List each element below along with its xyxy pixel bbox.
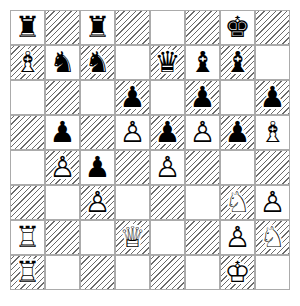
piece-black-pawn: ♟ [185, 80, 220, 115]
piece-black-knight: ♞ [80, 45, 115, 80]
square-h1[interactable] [255, 255, 290, 290]
square-e3[interactable] [150, 185, 185, 220]
square-g5[interactable]: ♟ [220, 115, 255, 150]
square-e8[interactable] [150, 10, 185, 45]
square-f2[interactable] [185, 220, 220, 255]
piece-white-rook: ♖ [10, 220, 45, 255]
square-b3[interactable] [45, 185, 80, 220]
piece-white-pawn: ♙ [115, 115, 150, 150]
square-d3[interactable] [115, 185, 150, 220]
piece-white-queen: ♕ [115, 220, 150, 255]
square-a7[interactable]: ♗ [10, 45, 45, 80]
chessboard: ♜♜♚♗♞♞♛♝♝♟♟♟♟♙♟♙♟♗♙♟♙♙♘♙♖♕♙♘♖♔ [10, 10, 290, 290]
piece-white-bishop: ♗ [10, 45, 45, 80]
piece-white-pawn: ♙ [255, 185, 290, 220]
piece-black-rook: ♜ [10, 10, 45, 45]
square-b6[interactable] [45, 80, 80, 115]
square-e5[interactable]: ♟ [150, 115, 185, 150]
piece-white-knight: ♘ [220, 185, 255, 220]
piece-black-rook: ♜ [80, 10, 115, 45]
square-d2[interactable]: ♕ [115, 220, 150, 255]
square-h4[interactable] [255, 150, 290, 185]
square-b1[interactable] [45, 255, 80, 290]
square-e2[interactable] [150, 220, 185, 255]
square-c6[interactable] [80, 80, 115, 115]
square-e6[interactable] [150, 80, 185, 115]
square-e1[interactable] [150, 255, 185, 290]
piece-white-pawn: ♙ [80, 185, 115, 220]
piece-black-knight: ♞ [45, 45, 80, 80]
square-g7[interactable]: ♝ [220, 45, 255, 80]
square-c4[interactable]: ♟ [80, 150, 115, 185]
piece-black-pawn: ♟ [220, 115, 255, 150]
square-d5[interactable]: ♙ [115, 115, 150, 150]
square-h8[interactable] [255, 10, 290, 45]
square-a2[interactable]: ♖ [10, 220, 45, 255]
piece-black-pawn: ♟ [150, 115, 185, 150]
piece-black-bishop: ♝ [220, 45, 255, 80]
piece-white-pawn: ♙ [150, 150, 185, 185]
square-a4[interactable] [10, 150, 45, 185]
piece-black-pawn: ♟ [115, 80, 150, 115]
square-a8[interactable]: ♜ [10, 10, 45, 45]
square-g4[interactable] [220, 150, 255, 185]
square-c3[interactable]: ♙ [80, 185, 115, 220]
square-a6[interactable] [10, 80, 45, 115]
piece-black-pawn: ♟ [80, 150, 115, 185]
square-f1[interactable] [185, 255, 220, 290]
piece-white-bishop: ♗ [255, 115, 290, 150]
square-g2[interactable]: ♙ [220, 220, 255, 255]
piece-white-knight: ♘ [255, 220, 290, 255]
piece-black-bishop: ♝ [185, 45, 220, 80]
square-f8[interactable] [185, 10, 220, 45]
square-g1[interactable]: ♔ [220, 255, 255, 290]
page: ♜♜♚♗♞♞♛♝♝♟♟♟♟♙♟♙♟♗♙♟♙♙♘♙♖♕♙♘♖♔ [0, 0, 300, 306]
square-c2[interactable] [80, 220, 115, 255]
square-a1[interactable]: ♖ [10, 255, 45, 290]
square-b2[interactable] [45, 220, 80, 255]
square-g3[interactable]: ♘ [220, 185, 255, 220]
piece-black-king: ♚ [220, 10, 255, 45]
square-h3[interactable]: ♙ [255, 185, 290, 220]
square-c7[interactable]: ♞ [80, 45, 115, 80]
piece-white-pawn: ♙ [185, 115, 220, 150]
piece-white-king: ♔ [220, 255, 255, 290]
square-c8[interactable]: ♜ [80, 10, 115, 45]
piece-black-queen: ♛ [150, 45, 185, 80]
piece-white-pawn: ♙ [220, 220, 255, 255]
piece-white-pawn: ♙ [45, 150, 80, 185]
square-a3[interactable] [10, 185, 45, 220]
square-f5[interactable]: ♙ [185, 115, 220, 150]
square-d8[interactable] [115, 10, 150, 45]
square-d4[interactable] [115, 150, 150, 185]
square-h2[interactable]: ♘ [255, 220, 290, 255]
piece-black-pawn: ♟ [255, 80, 290, 115]
square-b7[interactable]: ♞ [45, 45, 80, 80]
square-c1[interactable] [80, 255, 115, 290]
square-g8[interactable]: ♚ [220, 10, 255, 45]
square-d6[interactable]: ♟ [115, 80, 150, 115]
square-e4[interactable]: ♙ [150, 150, 185, 185]
square-b8[interactable] [45, 10, 80, 45]
square-f3[interactable] [185, 185, 220, 220]
square-d7[interactable] [115, 45, 150, 80]
square-b5[interactable]: ♟ [45, 115, 80, 150]
square-h5[interactable]: ♗ [255, 115, 290, 150]
piece-white-rook: ♖ [10, 255, 45, 290]
square-h6[interactable]: ♟ [255, 80, 290, 115]
square-g6[interactable] [220, 80, 255, 115]
square-f6[interactable]: ♟ [185, 80, 220, 115]
square-f4[interactable] [185, 150, 220, 185]
square-d1[interactable] [115, 255, 150, 290]
piece-black-pawn: ♟ [45, 115, 80, 150]
square-h7[interactable] [255, 45, 290, 80]
square-a5[interactable] [10, 115, 45, 150]
square-c5[interactable] [80, 115, 115, 150]
square-e7[interactable]: ♛ [150, 45, 185, 80]
square-b4[interactable]: ♙ [45, 150, 80, 185]
square-f7[interactable]: ♝ [185, 45, 220, 80]
